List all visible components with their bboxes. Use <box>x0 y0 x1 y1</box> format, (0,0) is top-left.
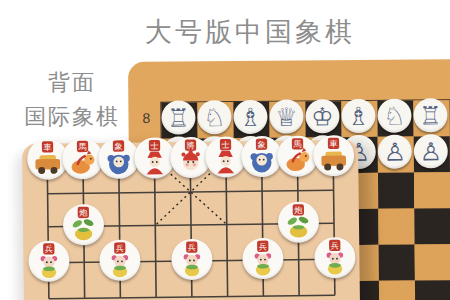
product-photo: 大号版中国象棋 背面 国际象棋 8 ♖♘♗♕♔♗♘♖♙♙♙♙♙♙♙♙ 車 馬 象 <box>0 0 450 300</box>
chess-piece-knight[interactable]: ♘ <box>197 100 231 134</box>
chess-piece-bishop[interactable]: ♗ <box>233 100 267 134</box>
pawn-glyph: ♙ <box>383 139 406 164</box>
caption-line2: 国际象棋 <box>6 100 138 134</box>
chess-piece-rook[interactable]: ♖ <box>161 100 195 134</box>
svg-text:馬: 馬 <box>78 141 87 151</box>
xiangqi-piece-soldier[interactable]: 兵 <box>171 238 212 279</box>
chess-pieces-layer: ♖♘♗♕♔♗♘♖♙♙♙♙♙♙♙♙ <box>128 59 450 62</box>
svg-text:士: 士 <box>150 140 159 150</box>
caption-line1: 背面 <box>6 66 138 100</box>
chess-square <box>379 281 415 300</box>
chess-square <box>415 280 450 300</box>
xiangqi-piece-soldier[interactable]: 兵 <box>99 239 140 280</box>
rank-8-label: 8 <box>142 110 150 126</box>
chess-square <box>379 245 415 281</box>
chess-square <box>414 208 450 244</box>
xiangqi-board: 車 馬 象 士 <box>22 140 360 300</box>
svg-text:車: 車 <box>42 141 51 151</box>
pawn-glyph: ♙ <box>419 139 442 164</box>
chess-square <box>378 173 414 209</box>
chess-piece-king[interactable]: ♔ <box>305 99 339 133</box>
xiangqi-piece-soldier[interactable]: 兵 <box>242 237 283 278</box>
bishop-glyph: ♗ <box>347 103 370 128</box>
chess-piece-queen[interactable]: ♕ <box>269 99 303 133</box>
svg-text:兵: 兵 <box>116 243 124 253</box>
svg-text:炮: 炮 <box>78 207 87 217</box>
king-glyph: ♔ <box>311 104 334 129</box>
chess-piece-bishop[interactable]: ♗ <box>341 99 375 133</box>
page-title: 大号版中国象棋 <box>50 14 450 50</box>
chess-piece-knight[interactable]: ♘ <box>377 99 411 133</box>
soldier-cartoon-icon: 兵 <box>242 237 283 278</box>
svg-text:兵: 兵 <box>330 240 338 250</box>
svg-text:兵: 兵 <box>187 242 195 252</box>
knight-glyph: ♘ <box>383 103 406 128</box>
chariot-cartoon-icon: 車 <box>312 134 353 175</box>
chess-piece-rook[interactable]: ♖ <box>413 98 447 132</box>
svg-text:馬: 馬 <box>292 138 301 148</box>
svg-text:兵: 兵 <box>44 243 52 253</box>
rook-glyph: ♖ <box>167 105 190 130</box>
soldier-cartoon-icon: 兵 <box>314 236 355 277</box>
svg-text:車: 車 <box>328 138 337 148</box>
queen-glyph: ♕ <box>275 104 298 129</box>
xiangqi-piece-soldier[interactable]: 兵 <box>28 240 69 281</box>
soldier-cartoon-icon: 兵 <box>28 240 69 281</box>
svg-text:將: 將 <box>186 140 195 150</box>
bishop-glyph: ♗ <box>239 104 262 129</box>
xiangqi-piece-soldier[interactable]: 兵 <box>314 236 355 277</box>
svg-text:象: 象 <box>114 141 122 151</box>
rook-glyph: ♖ <box>419 103 442 128</box>
soldier-cartoon-icon: 兵 <box>99 239 140 280</box>
chess-square <box>378 209 414 245</box>
soldier-cartoon-icon: 兵 <box>171 238 212 279</box>
svg-text:士: 士 <box>222 139 231 149</box>
chess-piece-pawn[interactable]: ♙ <box>414 134 448 168</box>
back-side-caption: 背面 国际象棋 <box>6 66 138 134</box>
knight-glyph: ♘ <box>203 105 226 130</box>
xiangqi-piece-chariot[interactable]: 車 <box>312 134 353 175</box>
xiangqi-pieces-layer: 車 馬 象 士 <box>22 140 358 144</box>
chess-piece-pawn[interactable]: ♙ <box>378 135 412 169</box>
svg-text:兵: 兵 <box>259 241 267 251</box>
chess-square <box>414 172 450 208</box>
chess-square <box>415 244 450 280</box>
svg-text:炮: 炮 <box>293 204 302 214</box>
svg-text:象: 象 <box>257 139 265 149</box>
